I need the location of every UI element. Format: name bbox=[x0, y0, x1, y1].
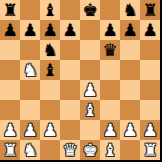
square-a6[interactable] bbox=[0, 40, 20, 60]
square-f1[interactable]: ♝ bbox=[100, 140, 120, 160]
black-pawn[interactable]: ♟ bbox=[22, 20, 37, 40]
square-b5[interactable]: ♞ bbox=[20, 60, 40, 80]
black-bishop[interactable]: ♝ bbox=[42, 0, 57, 20]
white-knight[interactable]: ♞ bbox=[22, 60, 37, 80]
black-pawn[interactable]: ♟ bbox=[122, 20, 137, 40]
square-d2[interactable] bbox=[60, 120, 80, 140]
black-pawn[interactable]: ♟ bbox=[2, 20, 17, 40]
chess-board-wrapper: ♜♝♚♞♜♟♟♟♟♟♟♟♞♛♞♝♟♝♟♟♟♟♟♟♜♞♛♚♝♜ bbox=[0, 0, 162, 162]
square-f5[interactable] bbox=[100, 60, 120, 80]
square-e8[interactable]: ♚ bbox=[80, 0, 100, 20]
square-a1[interactable]: ♜ bbox=[0, 140, 20, 160]
square-f4[interactable] bbox=[100, 80, 120, 100]
white-bishop[interactable]: ♝ bbox=[102, 140, 117, 160]
black-pawn[interactable]: ♟ bbox=[62, 20, 77, 40]
square-a2[interactable]: ♟ bbox=[0, 120, 20, 140]
square-e3[interactable]: ♝ bbox=[80, 100, 100, 120]
chess-board: ♜♝♚♞♜♟♟♟♟♟♟♟♞♛♞♝♟♝♟♟♟♟♟♟♜♞♛♚♝♜ bbox=[0, 0, 162, 162]
square-f3[interactable] bbox=[100, 100, 120, 120]
square-g2[interactable]: ♟ bbox=[120, 120, 140, 140]
square-b3[interactable] bbox=[20, 100, 40, 120]
square-b7[interactable]: ♟ bbox=[20, 20, 40, 40]
square-g4[interactable] bbox=[120, 80, 140, 100]
square-c7[interactable]: ♟ bbox=[40, 20, 60, 40]
black-pawn[interactable]: ♟ bbox=[102, 20, 117, 40]
white-pawn[interactable]: ♟ bbox=[2, 120, 17, 140]
black-rook[interactable]: ♜ bbox=[142, 0, 157, 20]
square-h8[interactable]: ♜ bbox=[140, 0, 160, 20]
square-e1[interactable]: ♚ bbox=[80, 140, 100, 160]
square-f8[interactable] bbox=[100, 0, 120, 20]
square-e7[interactable] bbox=[80, 20, 100, 40]
black-knight[interactable]: ♞ bbox=[42, 40, 57, 60]
square-g8[interactable]: ♞ bbox=[120, 0, 140, 20]
square-a4[interactable] bbox=[0, 80, 20, 100]
white-rook[interactable]: ♜ bbox=[2, 140, 17, 160]
black-pawn[interactable]: ♟ bbox=[142, 20, 157, 40]
white-pawn[interactable]: ♟ bbox=[142, 120, 157, 140]
black-pawn[interactable]: ♟ bbox=[42, 20, 57, 40]
square-e2[interactable] bbox=[80, 120, 100, 140]
square-d4[interactable] bbox=[60, 80, 80, 100]
white-pawn[interactable]: ♟ bbox=[22, 120, 37, 140]
black-bishop[interactable]: ♝ bbox=[42, 60, 57, 80]
square-b2[interactable]: ♟ bbox=[20, 120, 40, 140]
square-e5[interactable] bbox=[80, 60, 100, 80]
square-a8[interactable]: ♜ bbox=[0, 0, 20, 20]
black-rook[interactable]: ♜ bbox=[2, 0, 17, 20]
white-pawn[interactable]: ♟ bbox=[82, 80, 97, 100]
black-knight[interactable]: ♞ bbox=[122, 0, 137, 20]
square-h5[interactable] bbox=[140, 60, 160, 80]
white-pawn[interactable]: ♟ bbox=[102, 120, 117, 140]
white-king[interactable]: ♚ bbox=[82, 140, 97, 160]
square-c8[interactable]: ♝ bbox=[40, 0, 60, 20]
square-e6[interactable] bbox=[80, 40, 100, 60]
white-rook[interactable]: ♜ bbox=[142, 140, 157, 160]
square-b6[interactable] bbox=[20, 40, 40, 60]
square-g6[interactable] bbox=[120, 40, 140, 60]
white-pawn[interactable]: ♟ bbox=[42, 120, 57, 140]
white-bishop[interactable]: ♝ bbox=[82, 100, 97, 120]
square-g5[interactable] bbox=[120, 60, 140, 80]
square-h1[interactable]: ♜ bbox=[140, 140, 160, 160]
square-d1[interactable]: ♛ bbox=[60, 140, 80, 160]
square-c4[interactable] bbox=[40, 80, 60, 100]
square-h3[interactable] bbox=[140, 100, 160, 120]
square-d6[interactable] bbox=[60, 40, 80, 60]
square-f7[interactable]: ♟ bbox=[100, 20, 120, 40]
square-c3[interactable] bbox=[40, 100, 60, 120]
square-a5[interactable] bbox=[0, 60, 20, 80]
white-knight[interactable]: ♞ bbox=[22, 140, 37, 160]
square-c2[interactable]: ♟ bbox=[40, 120, 60, 140]
square-b1[interactable]: ♞ bbox=[20, 140, 40, 160]
square-h2[interactable]: ♟ bbox=[140, 120, 160, 140]
square-c1[interactable] bbox=[40, 140, 60, 160]
square-d7[interactable]: ♟ bbox=[60, 20, 80, 40]
square-h6[interactable] bbox=[140, 40, 160, 60]
square-a3[interactable] bbox=[0, 100, 20, 120]
square-d5[interactable] bbox=[60, 60, 80, 80]
square-d3[interactable] bbox=[60, 100, 80, 120]
white-pawn[interactable]: ♟ bbox=[122, 120, 137, 140]
square-c6[interactable]: ♞ bbox=[40, 40, 60, 60]
square-b4[interactable] bbox=[20, 80, 40, 100]
black-king[interactable]: ♚ bbox=[82, 0, 97, 20]
square-f6[interactable]: ♛ bbox=[100, 40, 120, 60]
square-g1[interactable] bbox=[120, 140, 140, 160]
square-g7[interactable]: ♟ bbox=[120, 20, 140, 40]
square-a7[interactable]: ♟ bbox=[0, 20, 20, 40]
square-d8[interactable] bbox=[60, 0, 80, 20]
square-h7[interactable]: ♟ bbox=[140, 20, 160, 40]
black-queen[interactable]: ♛ bbox=[102, 40, 117, 60]
square-c5[interactable]: ♝ bbox=[40, 60, 60, 80]
square-g3[interactable] bbox=[120, 100, 140, 120]
white-queen[interactable]: ♛ bbox=[62, 140, 77, 160]
square-e4[interactable]: ♟ bbox=[80, 80, 100, 100]
square-b8[interactable] bbox=[20, 0, 40, 20]
square-f2[interactable]: ♟ bbox=[100, 120, 120, 140]
square-h4[interactable] bbox=[140, 80, 160, 100]
